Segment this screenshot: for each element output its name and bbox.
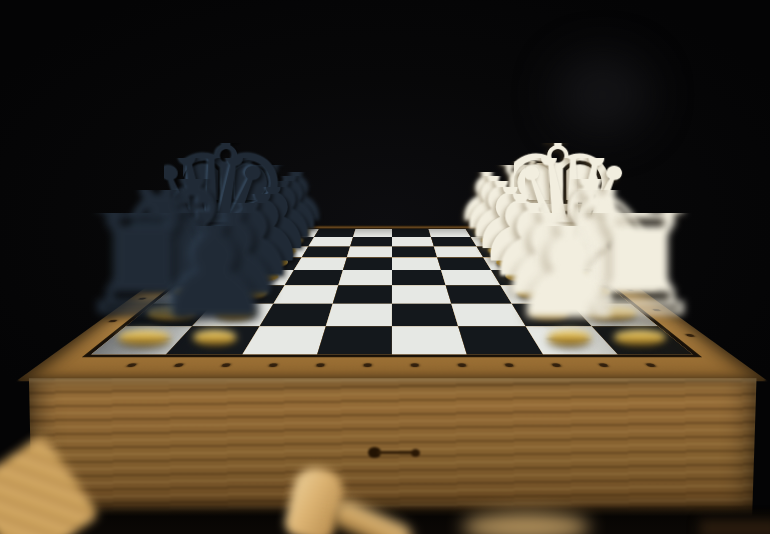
square-f5 xyxy=(347,246,392,257)
wooden-box-front xyxy=(26,378,758,517)
blurred-right-edge-wood xyxy=(700,520,770,534)
square-h4 xyxy=(392,229,431,237)
rim-peg-hole xyxy=(458,363,467,367)
square-f4 xyxy=(392,246,437,257)
square-a4 xyxy=(392,326,467,354)
white-rook-glyph: ♜ xyxy=(571,182,710,338)
rim-peg-hole xyxy=(363,363,371,367)
square-c4 xyxy=(392,285,452,303)
piece-black-rook-a8: ♜ xyxy=(79,213,209,341)
rim-peg-hole xyxy=(316,363,325,367)
square-a5 xyxy=(317,326,392,354)
blurred-foreground-wood xyxy=(462,512,590,534)
square-d5 xyxy=(338,270,392,285)
rim-peg-hole xyxy=(268,363,277,367)
chessboard-photo: ♜♟♟♜♞♟♟♞♝♟♟♝♚♟♟♚♛♟♟♛♝♟♟♝♞♟♟♞♜♟♟♜ xyxy=(0,0,770,534)
square-e5 xyxy=(343,257,392,270)
square-e4 xyxy=(392,257,441,270)
square-h5 xyxy=(353,229,392,237)
square-g4 xyxy=(392,237,434,246)
rim-peg-hole xyxy=(173,363,184,367)
rim-peg-hole xyxy=(221,363,231,367)
rim-peg-hole xyxy=(126,363,137,367)
rim-peg-hole xyxy=(551,363,561,367)
slot-hole-right xyxy=(411,449,420,457)
rim-peg-hole xyxy=(411,363,419,367)
rim-peg-hole xyxy=(645,363,656,367)
square-c5 xyxy=(332,285,392,303)
rim-peg-hole xyxy=(598,363,609,367)
rim-peg-hole xyxy=(504,363,513,367)
piece-white-rook-a1: ♜ xyxy=(575,213,705,341)
square-g5 xyxy=(350,237,392,246)
square-b4 xyxy=(392,304,458,327)
finger-slot xyxy=(368,446,422,459)
square-d4 xyxy=(392,270,446,285)
black-rook-glyph: ♜ xyxy=(74,182,213,338)
chess-board: ♜♟♟♜♞♟♟♞♝♟♟♝♚♟♟♚♛♟♟♛♝♟♟♝♞♟♟♞♜♟♟♜ xyxy=(91,229,693,355)
square-b5 xyxy=(326,304,392,327)
